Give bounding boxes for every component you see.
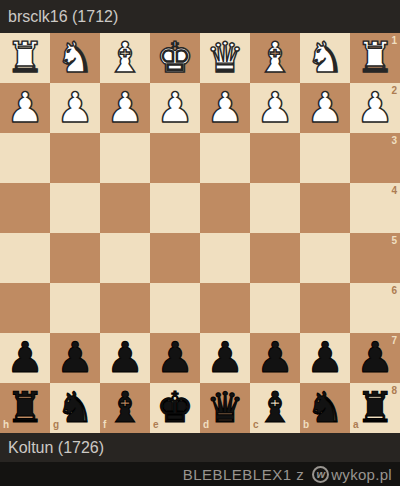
rank-label-5: 5 [391, 236, 397, 246]
square-c5[interactable] [250, 233, 300, 283]
square-d5[interactable] [200, 233, 250, 283]
square-d4[interactable] [200, 183, 250, 233]
square-a7[interactable]: ♟7 [350, 333, 400, 383]
square-f5[interactable] [100, 233, 150, 283]
square-e3[interactable] [150, 133, 200, 183]
square-b7[interactable]: ♟ [300, 333, 350, 383]
piece-white-rook[interactable]: ♜ [356, 33, 394, 83]
square-b1[interactable]: ♞ [300, 33, 350, 83]
square-e6[interactable] [150, 283, 200, 333]
square-f7[interactable]: ♟ [100, 333, 150, 383]
square-a3[interactable]: 3 [350, 133, 400, 183]
square-b4[interactable] [300, 183, 350, 233]
square-g2[interactable]: ♟ [50, 83, 100, 133]
square-b6[interactable] [300, 283, 350, 333]
square-c8[interactable]: ♝c [250, 383, 300, 433]
square-g5[interactable] [50, 233, 100, 283]
square-d3[interactable] [200, 133, 250, 183]
square-f3[interactable] [100, 133, 150, 183]
player-name-rating: Koltun (1726) [8, 439, 104, 457]
piece-black-bishop[interactable]: ♝ [256, 383, 294, 433]
opponent-name-rating: brsclk16 (1712) [8, 8, 118, 26]
square-a8[interactable]: ♜8a [350, 383, 400, 433]
square-e7[interactable]: ♟ [150, 333, 200, 383]
square-f1[interactable]: ♝ [100, 33, 150, 83]
piece-white-rook[interactable]: ♜ [6, 33, 44, 83]
piece-white-king[interactable]: ♚ [156, 33, 194, 83]
square-c4[interactable] [250, 183, 300, 233]
watermark-text: BLEBLEBLEX1 z [183, 466, 305, 483]
square-d7[interactable]: ♟ [200, 333, 250, 383]
square-h6[interactable] [0, 283, 50, 333]
piece-black-pawn[interactable]: ♟ [206, 333, 244, 383]
piece-white-pawn[interactable]: ♟ [106, 83, 144, 133]
piece-white-queen[interactable]: ♛ [206, 33, 244, 83]
square-b5[interactable] [300, 233, 350, 283]
player-bar: Koltun (1726) [0, 433, 400, 462]
square-e4[interactable] [150, 183, 200, 233]
piece-black-rook[interactable]: ♜ [6, 383, 44, 433]
piece-black-pawn[interactable]: ♟ [356, 333, 394, 383]
square-b3[interactable] [300, 133, 350, 183]
piece-black-pawn[interactable]: ♟ [56, 333, 94, 383]
square-c1[interactable]: ♝ [250, 33, 300, 83]
chess-app-window: brsclk16 (1712) ♜♞♝♚♛♝♞♜1♟♟♟♟♟♟♟♟23456♟♟… [0, 0, 400, 486]
chess-board: ♜♞♝♚♛♝♞♜1♟♟♟♟♟♟♟♟23456♟♟♟♟♟♟♟♟7♜h♞g♝f♚e♛… [0, 33, 400, 433]
square-a1[interactable]: ♜1 [350, 33, 400, 83]
piece-black-pawn[interactable]: ♟ [156, 333, 194, 383]
watermark-bar: BLEBLEBLEX1 z w wykop.pl [0, 462, 400, 486]
piece-black-pawn[interactable]: ♟ [106, 333, 144, 383]
piece-black-pawn[interactable]: ♟ [6, 333, 44, 383]
watermark-site: wykop.pl [331, 466, 392, 483]
square-g8[interactable]: ♞g [50, 383, 100, 433]
opponent-player-bar: brsclk16 (1712) [0, 0, 400, 33]
square-e8[interactable]: ♚e [150, 383, 200, 433]
rank-label-6: 6 [391, 286, 397, 296]
square-d1[interactable]: ♛ [200, 33, 250, 83]
piece-black-pawn[interactable]: ♟ [256, 333, 294, 383]
square-h8[interactable]: ♜h [0, 383, 50, 433]
square-h4[interactable] [0, 183, 50, 233]
square-c6[interactable] [250, 283, 300, 333]
piece-black-knight[interactable]: ♞ [306, 383, 344, 433]
piece-white-knight[interactable]: ♞ [306, 33, 344, 83]
piece-white-bishop[interactable]: ♝ [256, 33, 294, 83]
square-a6[interactable]: 6 [350, 283, 400, 333]
square-e2[interactable]: ♟ [150, 83, 200, 133]
square-h2[interactable]: ♟ [0, 83, 50, 133]
square-g1[interactable]: ♞ [50, 33, 100, 83]
piece-white-knight[interactable]: ♞ [56, 33, 94, 83]
piece-black-bishop[interactable]: ♝ [106, 383, 144, 433]
rank-label-3: 3 [391, 136, 397, 146]
square-c3[interactable] [250, 133, 300, 183]
square-c2[interactable]: ♟ [250, 83, 300, 133]
square-f2[interactable]: ♟ [100, 83, 150, 133]
square-a4[interactable]: 4 [350, 183, 400, 233]
square-g7[interactable]: ♟ [50, 333, 100, 383]
square-h1[interactable]: ♜ [0, 33, 50, 83]
square-g4[interactable] [50, 183, 100, 233]
piece-black-pawn[interactable]: ♟ [306, 333, 344, 383]
square-b2[interactable]: ♟ [300, 83, 350, 133]
piece-black-rook[interactable]: ♜ [356, 383, 394, 433]
square-b8[interactable]: ♞b [300, 383, 350, 433]
square-h5[interactable] [0, 233, 50, 283]
piece-white-pawn[interactable]: ♟ [6, 83, 44, 133]
square-a2[interactable]: ♟2 [350, 83, 400, 133]
square-d8[interactable]: ♛d [200, 383, 250, 433]
piece-white-pawn[interactable]: ♟ [206, 83, 244, 133]
piece-white-bishop[interactable]: ♝ [106, 33, 144, 83]
piece-black-king[interactable]: ♚ [156, 383, 194, 433]
rank-label-4: 4 [391, 186, 397, 196]
square-f8[interactable]: ♝f [100, 383, 150, 433]
square-f4[interactable] [100, 183, 150, 233]
square-c7[interactable]: ♟ [250, 333, 300, 383]
square-d2[interactable]: ♟ [200, 83, 250, 133]
square-a5[interactable]: 5 [350, 233, 400, 283]
square-g6[interactable] [50, 283, 100, 333]
square-d6[interactable] [200, 283, 250, 333]
piece-white-pawn[interactable]: ♟ [356, 83, 394, 133]
square-f6[interactable] [100, 283, 150, 333]
piece-white-pawn[interactable]: ♟ [156, 83, 194, 133]
square-h3[interactable] [0, 133, 50, 183]
square-e1[interactable]: ♚ [150, 33, 200, 83]
piece-white-pawn[interactable]: ♟ [306, 83, 344, 133]
piece-white-pawn[interactable]: ♟ [256, 83, 294, 133]
piece-black-knight[interactable]: ♞ [56, 383, 94, 433]
piece-white-pawn[interactable]: ♟ [56, 83, 94, 133]
wykop-logo-icon: w [312, 466, 329, 483]
square-e5[interactable] [150, 233, 200, 283]
piece-black-queen[interactable]: ♛ [206, 383, 244, 433]
square-g3[interactable] [50, 133, 100, 183]
square-h7[interactable]: ♟ [0, 333, 50, 383]
